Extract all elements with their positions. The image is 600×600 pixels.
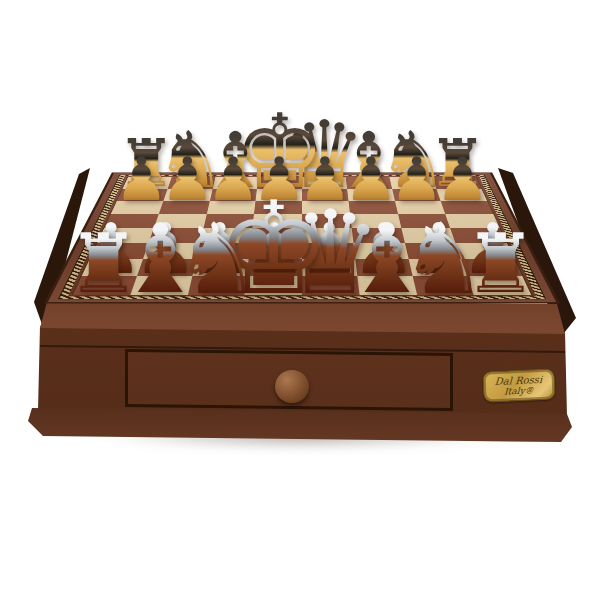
board-frame	[48, 173, 557, 302]
square-h8[interactable]	[73, 276, 137, 295]
square-g5[interactable]	[148, 228, 203, 243]
drawer-knob[interactable]	[275, 370, 309, 403]
square-f2[interactable]	[209, 189, 257, 201]
square-c2[interactable]	[347, 189, 395, 201]
square-c4[interactable]	[350, 214, 401, 228]
square-g6[interactable]	[143, 243, 200, 259]
square-c3[interactable]	[348, 201, 397, 214]
square-f3[interactable]	[206, 201, 255, 214]
square-g8[interactable]	[130, 276, 192, 295]
square-b3[interactable]	[395, 201, 446, 214]
square-b5[interactable]	[401, 228, 456, 243]
square-e1[interactable]	[257, 177, 302, 189]
square-a7[interactable]	[461, 259, 522, 276]
square-c7[interactable]	[355, 259, 412, 276]
square-d4[interactable]	[302, 214, 351, 228]
square-g2[interactable]	[163, 189, 212, 201]
square-d1[interactable]	[302, 177, 347, 189]
square-h4[interactable]	[104, 214, 158, 228]
square-d7[interactable]	[302, 259, 357, 276]
brand-plaque: Dal Rossi Italy®	[482, 368, 555, 402]
square-f4[interactable]	[203, 214, 254, 228]
square-f6[interactable]	[196, 243, 251, 259]
square-e3[interactable]	[254, 201, 302, 214]
square-c8[interactable]	[357, 276, 416, 295]
square-f8[interactable]	[187, 276, 246, 295]
square-a6[interactable]	[456, 243, 515, 259]
square-g7[interactable]	[137, 259, 196, 276]
square-e2[interactable]	[256, 189, 302, 201]
square-d8[interactable]	[302, 276, 359, 295]
square-b8[interactable]	[412, 276, 474, 295]
square-h2[interactable]	[117, 189, 168, 201]
playfield	[73, 177, 531, 295]
square-h6[interactable]	[90, 243, 149, 259]
square-h1[interactable]	[123, 177, 172, 189]
square-g3[interactable]	[159, 201, 210, 214]
square-b4[interactable]	[398, 214, 451, 228]
square-d2[interactable]	[302, 189, 348, 201]
square-a1[interactable]	[432, 177, 481, 189]
square-a4[interactable]	[445, 214, 499, 228]
square-b7[interactable]	[408, 259, 467, 276]
square-c5[interactable]	[351, 228, 404, 243]
square-b6[interactable]	[404, 243, 461, 259]
square-h3[interactable]	[111, 201, 163, 214]
square-c6[interactable]	[353, 243, 408, 259]
square-h7[interactable]	[82, 259, 143, 276]
square-b1[interactable]	[389, 177, 437, 189]
brand-line2: Italy®	[504, 385, 534, 396]
square-e6[interactable]	[249, 243, 302, 259]
square-a3[interactable]	[441, 201, 493, 214]
square-a5[interactable]	[450, 228, 506, 243]
square-d6[interactable]	[302, 243, 355, 259]
square-f7[interactable]	[192, 259, 249, 276]
square-f1[interactable]	[212, 177, 258, 189]
square-a8[interactable]	[467, 276, 531, 295]
square-e5[interactable]	[251, 228, 302, 243]
square-e4[interactable]	[253, 214, 302, 228]
square-g1[interactable]	[167, 177, 215, 189]
square-f5[interactable]	[200, 228, 253, 243]
square-d3[interactable]	[302, 201, 350, 214]
square-d5[interactable]	[302, 228, 353, 243]
square-e7[interactable]	[247, 259, 302, 276]
square-a2[interactable]	[437, 189, 488, 201]
square-h5[interactable]	[97, 228, 153, 243]
chess-set-photo: Dal Rossi Italy® ♜♞♝♛♚♝♞♜♟♟♟♟♟♟♟♟♟♟♟♟♟♟♟…	[0, 0, 600, 600]
square-g4[interactable]	[154, 214, 207, 228]
square-e8[interactable]	[245, 276, 302, 295]
square-c1[interactable]	[345, 177, 391, 189]
square-b2[interactable]	[392, 189, 441, 201]
